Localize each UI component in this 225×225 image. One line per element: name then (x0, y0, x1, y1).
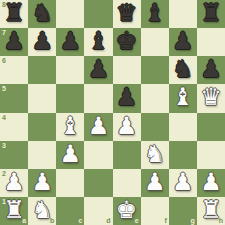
file-label: g (191, 217, 195, 224)
square-b8[interactable]: ♞ (28, 0, 56, 28)
square-g3[interactable] (169, 141, 197, 169)
chess-board: 8♜♞♛♝♜7♟♟♟♝♚♟6♟♞♟5♟♝♛4♝♟♟3♟♞2♟♟♟♟♟1a♜b♞c… (0, 0, 225, 225)
square-e8[interactable]: ♛ (113, 0, 141, 28)
square-a7[interactable]: 7♟ (0, 28, 28, 56)
white-queen[interactable]: ♛ (200, 85, 222, 109)
square-d1[interactable]: d (84, 197, 112, 225)
black-knight[interactable]: ♞ (172, 57, 194, 81)
black-pawn[interactable]: ♟ (200, 57, 222, 81)
black-rook[interactable]: ♜ (200, 1, 222, 25)
white-pawn[interactable]: ♟ (144, 170, 166, 194)
white-rook[interactable]: ♜ (200, 198, 222, 222)
white-pawn[interactable]: ♟ (31, 170, 53, 194)
square-a2[interactable]: 2♟ (0, 169, 28, 197)
square-b6[interactable] (28, 56, 56, 84)
black-pawn[interactable]: ♟ (172, 29, 194, 53)
square-a5[interactable]: 5 (0, 84, 28, 112)
black-bishop[interactable]: ♝ (88, 29, 110, 53)
square-h4[interactable] (197, 113, 225, 141)
square-g5[interactable]: ♝ (169, 84, 197, 112)
white-rook[interactable]: ♜ (3, 198, 25, 222)
square-e2[interactable] (113, 169, 141, 197)
white-pawn[interactable]: ♟ (172, 170, 194, 194)
black-pawn[interactable]: ♟ (31, 29, 53, 53)
square-h7[interactable] (197, 28, 225, 56)
file-label: d (106, 217, 110, 224)
square-d3[interactable] (84, 141, 112, 169)
white-bishop[interactable]: ♝ (60, 114, 82, 138)
square-e6[interactable] (113, 56, 141, 84)
square-d6[interactable]: ♟ (84, 56, 112, 84)
black-queen[interactable]: ♛ (116, 1, 138, 25)
square-h3[interactable] (197, 141, 225, 169)
square-f1[interactable]: f (141, 197, 169, 225)
square-g7[interactable]: ♟ (169, 28, 197, 56)
white-knight[interactable]: ♞ (144, 142, 166, 166)
square-d8[interactable] (84, 0, 112, 28)
square-g2[interactable]: ♟ (169, 169, 197, 197)
square-c1[interactable]: c (56, 197, 84, 225)
square-b3[interactable] (28, 141, 56, 169)
square-h2[interactable]: ♟ (197, 169, 225, 197)
square-e7[interactable]: ♚ (113, 28, 141, 56)
black-pawn[interactable]: ♟ (88, 57, 110, 81)
square-a8[interactable]: 8♜ (0, 0, 28, 28)
square-a1[interactable]: 1a♜ (0, 197, 28, 225)
square-a6[interactable]: 6 (0, 56, 28, 84)
white-king[interactable]: ♚ (116, 198, 138, 222)
black-pawn[interactable]: ♟ (3, 29, 25, 53)
white-knight[interactable]: ♞ (31, 198, 53, 222)
rank-label: 3 (2, 142, 6, 149)
square-e5[interactable]: ♟ (113, 84, 141, 112)
file-label: c (78, 217, 82, 224)
white-pawn[interactable]: ♟ (200, 170, 222, 194)
square-c5[interactable] (56, 84, 84, 112)
square-e3[interactable] (113, 141, 141, 169)
black-pawn[interactable]: ♟ (60, 29, 82, 53)
square-c8[interactable] (56, 0, 84, 28)
square-h1[interactable]: h♜ (197, 197, 225, 225)
square-b4[interactable] (28, 113, 56, 141)
white-pawn[interactable]: ♟ (88, 114, 110, 138)
square-a4[interactable]: 4 (0, 113, 28, 141)
square-h5[interactable]: ♛ (197, 84, 225, 112)
black-bishop[interactable]: ♝ (144, 1, 166, 25)
square-c7[interactable]: ♟ (56, 28, 84, 56)
square-g4[interactable] (169, 113, 197, 141)
square-f8[interactable]: ♝ (141, 0, 169, 28)
square-d4[interactable]: ♟ (84, 113, 112, 141)
square-d5[interactable] (84, 84, 112, 112)
square-b7[interactable]: ♟ (28, 28, 56, 56)
square-f7[interactable] (141, 28, 169, 56)
square-c2[interactable] (56, 169, 84, 197)
black-knight[interactable]: ♞ (31, 1, 53, 25)
white-bishop[interactable]: ♝ (172, 85, 194, 109)
square-h6[interactable]: ♟ (197, 56, 225, 84)
square-b5[interactable] (28, 84, 56, 112)
square-d2[interactable] (84, 169, 112, 197)
square-c3[interactable]: ♟ (56, 141, 84, 169)
black-pawn[interactable]: ♟ (116, 85, 138, 109)
square-c6[interactable] (56, 56, 84, 84)
rank-label: 4 (2, 114, 6, 121)
square-b1[interactable]: b♞ (28, 197, 56, 225)
square-e4[interactable]: ♟ (113, 113, 141, 141)
square-e1[interactable]: e♚ (113, 197, 141, 225)
white-pawn[interactable]: ♟ (60, 142, 82, 166)
square-d7[interactable]: ♝ (84, 28, 112, 56)
square-g1[interactable]: g (169, 197, 197, 225)
square-f5[interactable] (141, 84, 169, 112)
square-b2[interactable]: ♟ (28, 169, 56, 197)
rank-label: 6 (2, 57, 6, 64)
rank-label: 5 (2, 85, 6, 92)
square-c4[interactable]: ♝ (56, 113, 84, 141)
square-g8[interactable] (169, 0, 197, 28)
square-f2[interactable]: ♟ (141, 169, 169, 197)
black-rook[interactable]: ♜ (3, 1, 25, 25)
square-f6[interactable] (141, 56, 169, 84)
square-a3[interactable]: 3 (0, 141, 28, 169)
file-label: f (164, 217, 166, 224)
black-king[interactable]: ♚ (116, 29, 138, 53)
square-f4[interactable] (141, 113, 169, 141)
square-g6[interactable]: ♞ (169, 56, 197, 84)
white-pawn[interactable]: ♟ (116, 114, 138, 138)
square-h8[interactable]: ♜ (197, 0, 225, 28)
square-f3[interactable]: ♞ (141, 141, 169, 169)
white-pawn[interactable]: ♟ (3, 170, 25, 194)
